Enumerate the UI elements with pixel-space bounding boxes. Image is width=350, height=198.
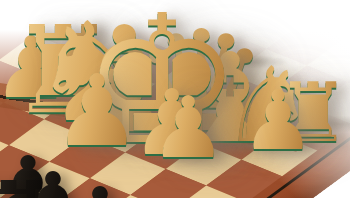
chess-set-photo: ♟♜♞♝♟♟♛♝♞♜♚♟♟♟♟♟♟♟♜: [0, 0, 350, 198]
black-piece-glyph: ♜: [0, 167, 61, 198]
white-pawn-e: ♟: [150, 86, 226, 171]
white-pawn-g: ♟: [241, 80, 315, 162]
black-piece-glyph: ♟: [56, 175, 144, 198]
black-rook: ♜: [0, 167, 61, 198]
pieces-layer: ♟♜♞♝♟♟♛♝♞♜♚♟♟♟♟♟♟♟♜: [0, 0, 350, 198]
white-piece-glyph: ♟: [241, 80, 315, 162]
white-piece-glyph: ♟: [150, 86, 226, 171]
black-pawn-3: ♟: [56, 175, 144, 198]
